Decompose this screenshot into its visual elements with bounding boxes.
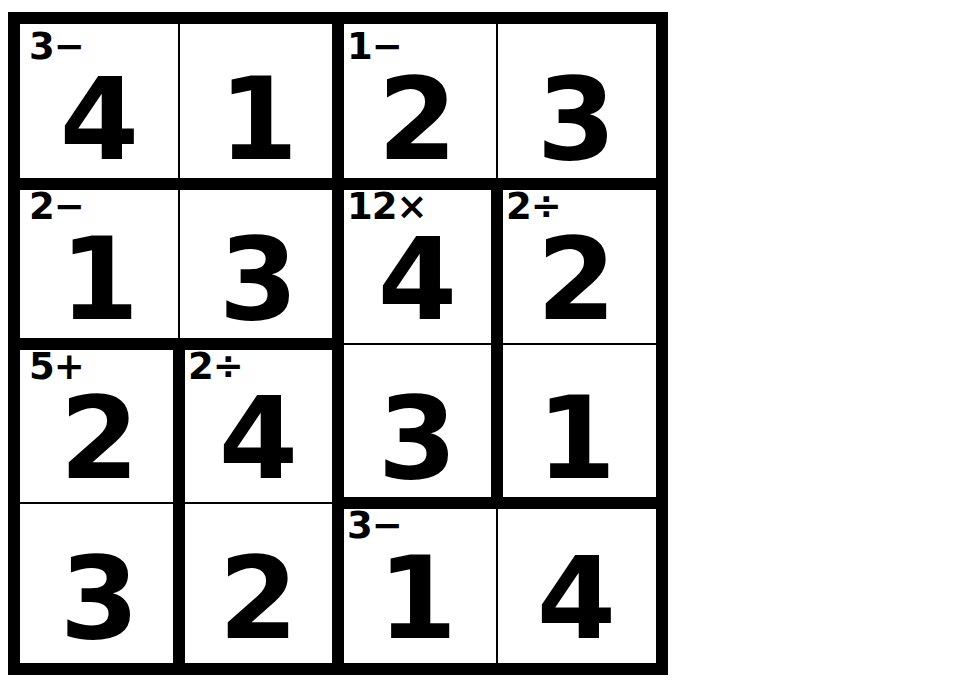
cell-value: 2: [20, 344, 179, 504]
cell-r0c2[interactable]: 1− 2: [338, 24, 497, 184]
cell-r2c3[interactable]: 1: [497, 344, 656, 504]
cell-r2c2[interactable]: 3: [338, 344, 497, 504]
cell-value: 3: [20, 503, 179, 663]
cell-value: 3: [338, 344, 497, 504]
cell-r3c1[interactable]: 2: [179, 503, 338, 663]
cell-value: 2: [179, 503, 338, 663]
cell-value: 2: [338, 24, 497, 184]
cell-r1c2[interactable]: 12× 4: [338, 184, 497, 344]
cell-value: 1: [338, 503, 497, 663]
cell-r0c3[interactable]: 3: [497, 24, 656, 184]
cell-r1c3[interactable]: 2÷ 2: [497, 184, 656, 344]
cell-r2c1[interactable]: 2÷ 4: [179, 344, 338, 504]
kenken-board: 3− 4 1 1− 2 3 2− 1 3 12× 4 2÷ 2: [8, 12, 668, 675]
cell-r0c1[interactable]: 1: [179, 24, 338, 184]
cell-r3c0[interactable]: 3: [20, 503, 179, 663]
cell-value: 1: [20, 184, 179, 344]
cell-r0c0[interactable]: 3− 4: [20, 24, 179, 184]
cell-value: 2: [497, 184, 656, 344]
cell-value: 4: [338, 184, 497, 344]
cell-value: 3: [497, 24, 656, 184]
cell-value: 4: [20, 24, 179, 184]
cell-r3c2[interactable]: 3− 1: [338, 503, 497, 663]
cell-r3c3[interactable]: 4: [497, 503, 656, 663]
cell-r1c0[interactable]: 2− 1: [20, 184, 179, 344]
page: 3− 4 1 1− 2 3 2− 1 3 12× 4 2÷ 2: [0, 0, 960, 686]
cell-value: 1: [497, 344, 656, 504]
cell-value: 3: [179, 184, 338, 344]
cell-value: 4: [497, 503, 656, 663]
cell-r1c1[interactable]: 3: [179, 184, 338, 344]
cell-value: 4: [179, 344, 338, 504]
cell-r2c0[interactable]: 5+ 2: [20, 344, 179, 504]
cell-value: 1: [179, 24, 338, 184]
